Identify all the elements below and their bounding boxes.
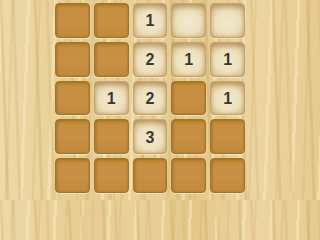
cell-r5c1[interactable] xyxy=(55,158,90,193)
cell-r5c4[interactable] xyxy=(171,158,206,193)
cell-value: 1 xyxy=(223,52,232,68)
cell-r1c1[interactable] xyxy=(55,3,90,38)
cell-r1c3[interactable]: 1 xyxy=(133,3,168,38)
cell-value: 1 xyxy=(107,91,116,107)
cell-r2c1[interactable] xyxy=(55,42,90,77)
cell-r3c5[interactable]: 1 xyxy=(210,81,245,116)
cell-r4c2[interactable] xyxy=(94,119,129,154)
cell-r5c5[interactable] xyxy=(210,158,245,193)
cell-value: 1 xyxy=(146,13,155,29)
cell-r4c1[interactable] xyxy=(55,119,90,154)
cell-r3c1[interactable] xyxy=(55,81,90,116)
cell-r1c4[interactable] xyxy=(171,3,206,38)
cell-value: 1 xyxy=(223,91,232,107)
cell-r4c4[interactable] xyxy=(171,119,206,154)
cell-r4c5[interactable] xyxy=(210,119,245,154)
cell-r2c3[interactable]: 2 xyxy=(133,42,168,77)
cell-r1c5[interactable] xyxy=(210,3,245,38)
cell-value: 2 xyxy=(146,91,155,107)
cell-r5c2[interactable] xyxy=(94,158,129,193)
cell-r2c4[interactable]: 1 xyxy=(171,42,206,77)
cell-value: 1 xyxy=(184,52,193,68)
cell-r3c4[interactable] xyxy=(171,81,206,116)
cell-r4c3[interactable]: 3 xyxy=(133,119,168,154)
cell-r1c2[interactable] xyxy=(94,3,129,38)
board: 12111213 xyxy=(55,3,245,193)
cell-r5c3[interactable] xyxy=(133,158,168,193)
cell-value: 2 xyxy=(146,52,155,68)
cell-r3c2[interactable]: 1 xyxy=(94,81,129,116)
cell-r3c3[interactable]: 2 xyxy=(133,81,168,116)
cell-r2c5[interactable]: 1 xyxy=(210,42,245,77)
cell-value: 3 xyxy=(146,130,155,146)
cell-r2c2[interactable] xyxy=(94,42,129,77)
